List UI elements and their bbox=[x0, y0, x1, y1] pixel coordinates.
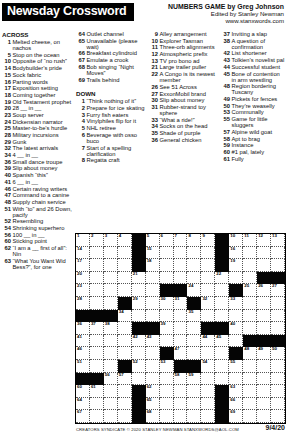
grid-cell[interactable] bbox=[215, 297, 229, 310]
grid-cell[interactable]: 40 bbox=[229, 322, 243, 335]
clue-down-61: 61Fully bbox=[221, 156, 285, 162]
grid-cell[interactable] bbox=[215, 284, 229, 297]
clue-down-43: 43Tolkien’s novelist pal bbox=[221, 57, 285, 63]
grid-cell[interactable] bbox=[243, 360, 257, 373]
grid-cell[interactable] bbox=[187, 247, 201, 260]
clue-across-20: 2028 __ in __ bbox=[2, 105, 72, 111]
clue-down-26: 26See 51 Across bbox=[149, 84, 218, 90]
clue-across-34: 344 __ in __ bbox=[2, 152, 72, 158]
grid-cell[interactable]: 55 bbox=[229, 360, 243, 373]
grid-cell[interactable]: 25 bbox=[243, 284, 257, 297]
grid-cell[interactable] bbox=[215, 360, 229, 373]
grid-cell[interactable]: 21 bbox=[132, 272, 146, 285]
cell-number: 10 bbox=[230, 234, 235, 239]
grid-cell[interactable]: 68 bbox=[146, 410, 160, 423]
puzzle-editor: Edited by Stanley Newman bbox=[168, 10, 284, 17]
clue-across-16: 16Parting words bbox=[2, 79, 72, 85]
clue-down-4: 4Vinylphiles flip for it bbox=[76, 118, 145, 124]
grid-cell[interactable]: 3 bbox=[104, 234, 118, 247]
clue-across-68: 68Bob singing “Night Moves” bbox=[76, 64, 145, 76]
clue-down-30: 30Slip about money bbox=[149, 97, 218, 103]
grid-cell[interactable] bbox=[118, 347, 132, 360]
cell-number: 37 bbox=[91, 322, 96, 327]
clue-down-12: 12Atmospheric prefix bbox=[149, 51, 218, 57]
clue-across-56: 56100 __ in __ bbox=[2, 232, 72, 238]
clue-across-32: 32The latest arrivals bbox=[2, 145, 72, 151]
grid-cell[interactable] bbox=[257, 297, 271, 310]
grid-cell[interactable] bbox=[201, 398, 215, 411]
grid-cell[interactable] bbox=[201, 385, 215, 398]
grid-cell[interactable] bbox=[243, 322, 257, 335]
grid-cell[interactable] bbox=[90, 297, 104, 310]
grid-cell[interactable] bbox=[257, 247, 271, 260]
grid-cell[interactable] bbox=[90, 247, 104, 260]
clue-down-37: 37Inviting a slap bbox=[221, 31, 285, 37]
cell-number: 34 bbox=[119, 310, 124, 315]
grid-cell[interactable] bbox=[201, 310, 215, 323]
grid-cell[interactable]: 37 bbox=[90, 322, 104, 335]
grid-cell[interactable] bbox=[160, 259, 174, 272]
cell-number: 67 bbox=[77, 410, 82, 415]
grid-cell[interactable] bbox=[174, 385, 188, 398]
grid-cell[interactable] bbox=[271, 310, 285, 323]
grid-cell[interactable] bbox=[257, 259, 271, 272]
cell-number: 36 bbox=[77, 322, 82, 327]
grid-cell[interactable]: 49 bbox=[257, 347, 271, 360]
across-header: ACROSS bbox=[2, 31, 72, 38]
grid-cell[interactable] bbox=[201, 259, 215, 272]
cell-number: 66 bbox=[230, 398, 235, 403]
grid-cell[interactable]: 29 bbox=[132, 297, 146, 310]
grid-cell[interactable]: 33 bbox=[229, 297, 243, 310]
clue-down-35: 35Shade of purple bbox=[149, 130, 218, 136]
grid-cell[interactable] bbox=[146, 310, 160, 323]
puzzle-title: NUMBERS GAME by Greg Johnson bbox=[168, 3, 284, 10]
grid-cell[interactable]: 69 bbox=[229, 410, 243, 423]
grid-cell[interactable] bbox=[215, 347, 229, 360]
puzzle-header: NUMBERS GAME by Greg Johnson Edited by S… bbox=[168, 3, 284, 24]
clue-down-57: 57Alpine wild goat bbox=[221, 129, 285, 135]
clue-down-13: 13TV pro bono ad bbox=[149, 58, 218, 64]
clue-across-19: 19Old Testament prophet bbox=[2, 99, 72, 105]
grid-cell[interactable]: 19 bbox=[229, 259, 243, 272]
grid-cell[interactable] bbox=[271, 297, 285, 310]
grid-cell[interactable] bbox=[132, 310, 146, 323]
grid-cell[interactable] bbox=[271, 398, 285, 411]
grid-cell[interactable]: 50 bbox=[271, 347, 285, 360]
clue-across-23: 23Soup server bbox=[2, 112, 72, 118]
grid-cell[interactable]: 13 bbox=[271, 234, 285, 247]
black-cell bbox=[215, 247, 229, 260]
grid-cell[interactable] bbox=[187, 385, 201, 398]
grid-cell[interactable]: 43 bbox=[146, 335, 160, 348]
grid-cell[interactable] bbox=[229, 272, 243, 285]
grid-cell[interactable]: 24 bbox=[187, 284, 201, 297]
grid-cell[interactable]: 18 bbox=[146, 259, 160, 272]
clue-down-11: 11Three-orb alignments bbox=[149, 44, 218, 50]
grid-cell[interactable] bbox=[174, 272, 188, 285]
grid-cell[interactable] bbox=[104, 297, 118, 310]
grid-cell[interactable]: 4 bbox=[118, 234, 132, 247]
grid-cell[interactable] bbox=[215, 373, 229, 386]
cell-number: 25 bbox=[244, 284, 249, 289]
grid-cell[interactable] bbox=[174, 247, 188, 260]
grid-cell[interactable] bbox=[243, 297, 257, 310]
grid-cell[interactable] bbox=[187, 322, 201, 335]
black-cell bbox=[215, 398, 229, 411]
grid-cell[interactable]: 7 bbox=[174, 234, 188, 247]
clue-across-67: 67Emulate a crook bbox=[76, 57, 145, 63]
grid-cell[interactable] bbox=[201, 247, 215, 260]
cell-number: 2 bbox=[91, 234, 93, 239]
black-cell bbox=[187, 297, 201, 310]
clue-across-66: 66Breakfast cylindroid bbox=[76, 50, 145, 56]
grid-cell[interactable] bbox=[243, 410, 257, 423]
black-cell bbox=[132, 259, 146, 272]
grid-cell[interactable] bbox=[132, 373, 146, 386]
clue-down-42: 42List shortener bbox=[221, 50, 285, 56]
grid-cell[interactable]: 22 bbox=[215, 272, 229, 285]
cell-number: 1 bbox=[77, 234, 79, 239]
black-cell bbox=[118, 297, 132, 310]
cell-number: 7 bbox=[175, 234, 177, 239]
grid-cell[interactable]: 28 bbox=[76, 297, 90, 310]
grid-cell[interactable]: 53 bbox=[160, 360, 174, 373]
grid-cell[interactable] bbox=[160, 385, 174, 398]
cell-number: 59 bbox=[188, 373, 193, 378]
grid-cell[interactable] bbox=[118, 272, 132, 285]
cell-number: 30 bbox=[161, 297, 166, 302]
grid-cell[interactable]: 10 bbox=[229, 234, 243, 247]
grid-cell[interactable]: 36 bbox=[76, 322, 90, 335]
grid-cell[interactable] bbox=[271, 385, 285, 398]
grid-cell[interactable] bbox=[187, 259, 201, 272]
grid-cell[interactable]: 38 bbox=[104, 322, 118, 335]
grid-cell[interactable] bbox=[243, 259, 257, 272]
clue-column-2: 64Outlet channel65Unavailable (please wa… bbox=[76, 31, 145, 164]
grid-cell[interactable]: 61 bbox=[90, 385, 104, 398]
copyright-line: CREATORS SYNDICATE © 2020 STANLEY NEWMAN… bbox=[76, 427, 239, 432]
grid-cell[interactable]: 12 bbox=[257, 234, 271, 247]
clue-column-4: 37Inviting a slap38A question of confirm… bbox=[221, 31, 285, 162]
grid-cell[interactable] bbox=[187, 335, 201, 348]
grid-cell[interactable] bbox=[187, 398, 201, 411]
grid-cell[interactable]: 58 bbox=[174, 373, 188, 386]
clue-across-1: 1Melted cheese, on nachos bbox=[2, 39, 72, 51]
clue-down-48: 48Region bordering Tuscany bbox=[221, 83, 285, 95]
cell-number: 5 bbox=[147, 234, 149, 239]
grid-cell[interactable] bbox=[271, 410, 285, 423]
cell-number: 49 bbox=[258, 347, 263, 352]
grid-cell[interactable] bbox=[146, 297, 160, 310]
black-cell bbox=[215, 385, 229, 398]
grid-cell[interactable]: 48 bbox=[243, 347, 257, 360]
grid-cell[interactable] bbox=[104, 410, 118, 423]
grid-cell[interactable]: 44 bbox=[201, 335, 215, 348]
black-cell bbox=[132, 322, 146, 335]
clue-down-59: 59Instance bbox=[221, 142, 285, 148]
grid-cell[interactable] bbox=[160, 335, 174, 348]
grid-cell[interactable]: 45 bbox=[215, 335, 229, 348]
clue-down-31: 31Rubber-strand toy sphere bbox=[149, 104, 218, 116]
grid-cell[interactable]: 11 bbox=[243, 234, 257, 247]
grid-cell[interactable] bbox=[90, 335, 104, 348]
grid-cell[interactable] bbox=[90, 398, 104, 411]
clue-down-38: 38A question of confirmation bbox=[221, 38, 285, 50]
clue-across-10: 10Opposite of “no rush” bbox=[2, 58, 72, 64]
masthead-title: Newsday Crossword bbox=[2, 3, 134, 21]
clue-across-47: 47Command to a canine bbox=[2, 192, 72, 198]
cell-number: 9 bbox=[202, 234, 204, 239]
grid-cell[interactable]: 30 bbox=[160, 297, 174, 310]
cell-number: 68 bbox=[147, 410, 152, 415]
clue-across-51: 51With “to” and 26 Down, pacify bbox=[2, 206, 72, 218]
grid-cell[interactable] bbox=[257, 410, 271, 423]
clue-across-40: 40Spanish “this” bbox=[2, 172, 72, 178]
grid-cell[interactable] bbox=[104, 398, 118, 411]
cell-number: 21 bbox=[133, 272, 138, 277]
cell-number: 40 bbox=[230, 322, 235, 327]
grid-cell[interactable]: 63 bbox=[229, 385, 243, 398]
cell-number: 4 bbox=[119, 234, 121, 239]
cell-number: 47 bbox=[175, 347, 180, 352]
cell-number: 19 bbox=[230, 259, 235, 264]
clue-down-53: 53Communally bbox=[221, 109, 285, 115]
grid-cell[interactable]: 26 bbox=[257, 284, 271, 297]
clue-across-29: 29Gunk bbox=[2, 139, 72, 145]
grid-cell[interactable] bbox=[257, 398, 271, 411]
clue-down-60: 60#1 pal, lately bbox=[221, 149, 285, 155]
cell-number: 18 bbox=[147, 259, 152, 264]
grid-cell[interactable] bbox=[271, 373, 285, 386]
grid-cell[interactable]: 62 bbox=[146, 385, 160, 398]
clue-down-3: 3Furry fish eaters bbox=[76, 112, 145, 118]
grid-cell[interactable] bbox=[215, 310, 229, 323]
cell-number: 12 bbox=[258, 234, 263, 239]
grid-cell[interactable] bbox=[90, 284, 104, 297]
clue-across-18: 18Coming together bbox=[2, 92, 72, 98]
grid-cell[interactable] bbox=[160, 373, 174, 386]
clue-across-36: 36Small dance troupe bbox=[2, 159, 72, 165]
clue-across-48: 48Supply chain service bbox=[2, 199, 72, 205]
clue-across-65: 65Unavailable (please wait) bbox=[76, 38, 145, 50]
clue-across-64: 64Outlet channel bbox=[76, 31, 145, 37]
cell-number: 38 bbox=[105, 322, 110, 327]
cell-number: 53 bbox=[161, 360, 166, 365]
grid-cell[interactable] bbox=[104, 385, 118, 398]
cell-number: 22 bbox=[216, 272, 221, 277]
grid-cell[interactable] bbox=[257, 373, 271, 386]
clue-down-34: 34Socks on the head bbox=[149, 123, 218, 129]
grid-cell[interactable]: 32 bbox=[201, 297, 215, 310]
grid-cell[interactable] bbox=[271, 360, 285, 373]
grid-cell[interactable] bbox=[174, 259, 188, 272]
cell-number: 31 bbox=[175, 297, 180, 302]
grid-cell[interactable]: 39 bbox=[160, 322, 174, 335]
grid-cell[interactable] bbox=[90, 410, 104, 423]
grid-cell[interactable] bbox=[257, 322, 271, 335]
grid-cell[interactable] bbox=[257, 310, 271, 323]
grid-cell[interactable] bbox=[118, 259, 132, 272]
grid-cell[interactable] bbox=[201, 272, 215, 285]
black-cell bbox=[146, 322, 160, 335]
cell-number: 63 bbox=[230, 385, 235, 390]
grid-cell[interactable]: 8 bbox=[187, 234, 201, 247]
grid-cell[interactable]: 52 bbox=[132, 360, 146, 373]
grid-cell[interactable] bbox=[174, 410, 188, 423]
grid-cell[interactable]: 60 bbox=[76, 385, 90, 398]
grid-cell[interactable]: 27 bbox=[271, 284, 285, 297]
down-header: DOWN bbox=[76, 90, 145, 97]
clue-column-1: ACROSS1Melted cheese, on nachos5Stop on … bbox=[2, 31, 72, 271]
grid-cell[interactable] bbox=[257, 385, 271, 398]
grid-cell[interactable]: 9 bbox=[201, 234, 215, 247]
grid-cell[interactable] bbox=[146, 347, 160, 360]
cell-number: 57 bbox=[119, 373, 124, 378]
grid-cell[interactable]: 51 bbox=[76, 360, 90, 373]
black-cell bbox=[215, 410, 229, 423]
clue-across-41: 416 __ in __ bbox=[2, 179, 72, 185]
crossword-grid: 1234567891011121314151617181920212223242… bbox=[75, 233, 286, 424]
grid-cell[interactable] bbox=[118, 322, 132, 335]
grid-cell[interactable] bbox=[243, 398, 257, 411]
cell-number: 11 bbox=[244, 234, 249, 239]
grid-cell[interactable]: 56 bbox=[104, 373, 118, 386]
grid-cell[interactable] bbox=[146, 284, 160, 297]
grid-cell[interactable] bbox=[243, 247, 257, 260]
grid-cell[interactable] bbox=[271, 259, 285, 272]
clue-down-36: 36General chicken bbox=[149, 137, 218, 143]
cell-number: 23 bbox=[77, 284, 82, 289]
clue-across-14: 14Bodybuilder’s pride bbox=[2, 65, 72, 71]
grid-cell[interactable] bbox=[90, 272, 104, 285]
clue-down-44: 44Successful student bbox=[221, 64, 285, 70]
clue-across-25: 25Master-to-be’s hurdle bbox=[2, 125, 72, 131]
grid-cell[interactable] bbox=[271, 322, 285, 335]
cell-number: 14 bbox=[77, 247, 82, 252]
cell-number: 35 bbox=[188, 310, 193, 315]
grid-cell[interactable] bbox=[104, 347, 118, 360]
grid-cell[interactable] bbox=[146, 360, 160, 373]
grid-cell[interactable] bbox=[104, 335, 118, 348]
black-cell bbox=[215, 259, 229, 272]
cell-number: 8 bbox=[188, 234, 190, 239]
grid-cell[interactable]: 57 bbox=[118, 373, 132, 386]
grid-cell[interactable] bbox=[201, 373, 215, 386]
grid-cell[interactable] bbox=[118, 385, 132, 398]
grid-cell[interactable]: 47 bbox=[174, 347, 188, 360]
clue-across-46: 46Certain raving writers bbox=[2, 186, 72, 192]
clue-across-28: 28Military incursions bbox=[2, 132, 72, 138]
grid-cell[interactable]: 59 bbox=[187, 373, 201, 386]
cell-number: 24 bbox=[188, 284, 193, 289]
grid-cell[interactable] bbox=[160, 272, 174, 285]
grid-cell[interactable] bbox=[104, 284, 118, 297]
grid-cell[interactable] bbox=[118, 398, 132, 411]
cell-number: 58 bbox=[175, 373, 180, 378]
grid-cell[interactable] bbox=[243, 310, 257, 323]
grid-cell[interactable] bbox=[243, 373, 257, 386]
cell-number: 3 bbox=[105, 234, 107, 239]
clue-down-33: 33“What a ride!” bbox=[149, 117, 218, 123]
grid-cell[interactable]: 31 bbox=[174, 297, 188, 310]
grid-cell[interactable] bbox=[104, 360, 118, 373]
clue-down-9: 9Alley arrangement bbox=[149, 31, 218, 37]
clue-across-62: 62“I am a __ first of all”: Nin bbox=[2, 245, 72, 257]
grid-cell[interactable] bbox=[118, 410, 132, 423]
cell-number: 17 bbox=[77, 259, 82, 264]
grid-cell[interactable] bbox=[104, 247, 118, 260]
grid-cell[interactable] bbox=[174, 398, 188, 411]
grid-cell[interactable] bbox=[187, 410, 201, 423]
cell-number: 62 bbox=[147, 385, 152, 390]
cell-number: 45 bbox=[216, 335, 221, 340]
grid-cell[interactable] bbox=[187, 347, 201, 360]
grid-cell[interactable]: 54 bbox=[201, 360, 215, 373]
clue-down-45: 45Bone of contention in arm wrestling bbox=[221, 71, 285, 83]
grid-cell[interactable] bbox=[90, 259, 104, 272]
grid-cell[interactable] bbox=[90, 347, 104, 360]
grid-cell[interactable] bbox=[118, 335, 132, 348]
grid-cell[interactable] bbox=[201, 410, 215, 423]
grid-cell[interactable] bbox=[160, 410, 174, 423]
grid-cell[interactable] bbox=[160, 247, 174, 260]
puzzle-website: www.stanxwords.com bbox=[168, 17, 284, 24]
clue-across-39: 39Slip about money bbox=[2, 165, 72, 171]
grid-cell[interactable] bbox=[271, 247, 285, 260]
grid-cell[interactable] bbox=[104, 259, 118, 272]
grid-cell[interactable]: 17 bbox=[76, 259, 90, 272]
black-cell bbox=[187, 360, 201, 373]
cell-number: 33 bbox=[230, 297, 235, 302]
grid-cell[interactable] bbox=[90, 360, 104, 373]
grid-cell[interactable]: 35 bbox=[187, 310, 201, 323]
grid-cell[interactable]: 42 bbox=[132, 335, 146, 348]
grid-cell[interactable] bbox=[243, 385, 257, 398]
clue-down-58: 58Apt to brag bbox=[221, 136, 285, 142]
clue-across-24: 24Dickensian narrator bbox=[2, 119, 72, 125]
clue-down-1: 1“Think nothing of it” bbox=[76, 98, 145, 104]
grid-cell[interactable] bbox=[229, 335, 243, 348]
grid-cell[interactable] bbox=[146, 272, 160, 285]
grid-cell[interactable] bbox=[174, 322, 188, 335]
cell-number: 32 bbox=[202, 297, 207, 302]
cell-number: 42 bbox=[133, 335, 138, 340]
clue-across-54: 54Shrinking superhero bbox=[2, 225, 72, 231]
grid-cell[interactable]: 5 bbox=[146, 234, 160, 247]
grid-cell[interactable] bbox=[160, 398, 174, 411]
clue-across-15: 15Sock fabric bbox=[2, 72, 72, 78]
clue-across-63: 63“What You Want Wid Bess?”, for one bbox=[2, 258, 72, 270]
clue-down-6: 6Beverage with osso buco bbox=[76, 132, 145, 144]
cell-number: 60 bbox=[77, 385, 82, 390]
grid-cell[interactable] bbox=[118, 284, 132, 297]
grid-cell[interactable] bbox=[174, 310, 188, 323]
grid-cell[interactable] bbox=[257, 360, 271, 373]
grid-cell[interactable]: 6 bbox=[160, 234, 174, 247]
cell-number: 55 bbox=[230, 360, 235, 365]
clue-across-17: 17Exposition setting bbox=[2, 85, 72, 91]
grid-cell[interactable] bbox=[118, 247, 132, 260]
grid-cell[interactable]: 67 bbox=[76, 410, 90, 423]
grid-cell[interactable] bbox=[104, 272, 118, 285]
cell-number: 43 bbox=[147, 335, 152, 340]
clue-down-27: 27ExxonMobil brand bbox=[149, 91, 218, 97]
grid-cell[interactable]: 1 bbox=[76, 234, 90, 247]
grid-cell[interactable]: 34 bbox=[118, 310, 132, 323]
grid-cell[interactable]: 2 bbox=[90, 234, 104, 247]
clue-across-69: 69Trails behind bbox=[76, 77, 145, 83]
